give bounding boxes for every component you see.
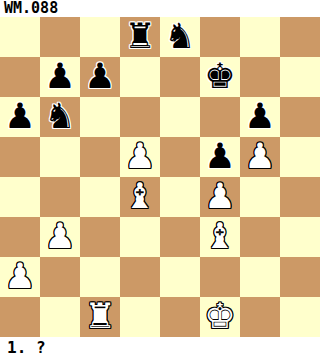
square-a6[interactable]: ♟ bbox=[0, 97, 40, 137]
square-c2[interactable] bbox=[80, 257, 120, 297]
square-e1[interactable] bbox=[160, 297, 200, 337]
square-g1[interactable] bbox=[240, 297, 280, 337]
square-f4[interactable]: ♟ bbox=[200, 177, 240, 217]
square-b3[interactable]: ♟ bbox=[40, 217, 80, 257]
square-a7[interactable] bbox=[0, 57, 40, 97]
square-e5[interactable] bbox=[160, 137, 200, 177]
piece-white-pawn[interactable]: ♟ bbox=[204, 179, 235, 214]
square-d3[interactable] bbox=[120, 217, 160, 257]
chess-puzzle-screen: WM.088 ♜♞♟♟♚♟♞♟♟♟♟♝♟♟♝♟♜♚ 1. ? bbox=[0, 0, 320, 360]
piece-white-bishop[interactable]: ♝ bbox=[124, 179, 155, 214]
square-h3[interactable] bbox=[280, 217, 320, 257]
piece-black-knight[interactable]: ♞ bbox=[44, 99, 75, 134]
square-h7[interactable] bbox=[280, 57, 320, 97]
square-g7[interactable] bbox=[240, 57, 280, 97]
square-c5[interactable] bbox=[80, 137, 120, 177]
square-f5[interactable]: ♟ bbox=[200, 137, 240, 177]
square-h1[interactable] bbox=[280, 297, 320, 337]
piece-black-rook[interactable]: ♜ bbox=[124, 19, 155, 54]
square-g2[interactable] bbox=[240, 257, 280, 297]
square-b7[interactable]: ♟ bbox=[40, 57, 80, 97]
square-b4[interactable] bbox=[40, 177, 80, 217]
square-b5[interactable] bbox=[40, 137, 80, 177]
piece-white-rook[interactable]: ♜ bbox=[84, 299, 115, 334]
square-g8[interactable] bbox=[240, 17, 280, 57]
square-e4[interactable] bbox=[160, 177, 200, 217]
square-g4[interactable] bbox=[240, 177, 280, 217]
square-e2[interactable] bbox=[160, 257, 200, 297]
square-a5[interactable] bbox=[0, 137, 40, 177]
piece-white-pawn[interactable]: ♟ bbox=[244, 139, 275, 174]
piece-black-pawn[interactable]: ♟ bbox=[44, 59, 75, 94]
square-e6[interactable] bbox=[160, 97, 200, 137]
piece-black-king[interactable]: ♚ bbox=[204, 59, 235, 94]
piece-white-king[interactable]: ♚ bbox=[204, 299, 235, 334]
square-d1[interactable] bbox=[120, 297, 160, 337]
square-d2[interactable] bbox=[120, 257, 160, 297]
square-c6[interactable] bbox=[80, 97, 120, 137]
square-b6[interactable]: ♞ bbox=[40, 97, 80, 137]
square-a4[interactable] bbox=[0, 177, 40, 217]
square-a8[interactable] bbox=[0, 17, 40, 57]
square-h4[interactable] bbox=[280, 177, 320, 217]
square-h8[interactable] bbox=[280, 17, 320, 57]
square-h6[interactable] bbox=[280, 97, 320, 137]
square-f7[interactable]: ♚ bbox=[200, 57, 240, 97]
square-e7[interactable] bbox=[160, 57, 200, 97]
piece-black-pawn[interactable]: ♟ bbox=[4, 99, 35, 134]
square-g5[interactable]: ♟ bbox=[240, 137, 280, 177]
square-e8[interactable]: ♞ bbox=[160, 17, 200, 57]
piece-white-pawn[interactable]: ♟ bbox=[4, 259, 35, 294]
piece-black-knight[interactable]: ♞ bbox=[164, 19, 195, 54]
square-f6[interactable] bbox=[200, 97, 240, 137]
piece-white-pawn[interactable]: ♟ bbox=[124, 139, 155, 174]
square-d4[interactable]: ♝ bbox=[120, 177, 160, 217]
piece-black-pawn[interactable]: ♟ bbox=[244, 99, 275, 134]
square-c4[interactable] bbox=[80, 177, 120, 217]
square-c7[interactable]: ♟ bbox=[80, 57, 120, 97]
square-h5[interactable] bbox=[280, 137, 320, 177]
square-a2[interactable]: ♟ bbox=[0, 257, 40, 297]
square-f2[interactable] bbox=[200, 257, 240, 297]
square-a3[interactable] bbox=[0, 217, 40, 257]
square-e3[interactable] bbox=[160, 217, 200, 257]
square-b1[interactable] bbox=[40, 297, 80, 337]
square-b8[interactable] bbox=[40, 17, 80, 57]
square-h2[interactable] bbox=[280, 257, 320, 297]
square-f8[interactable] bbox=[200, 17, 240, 57]
square-d7[interactable] bbox=[120, 57, 160, 97]
square-f3[interactable]: ♝ bbox=[200, 217, 240, 257]
square-d6[interactable] bbox=[120, 97, 160, 137]
piece-black-pawn[interactable]: ♟ bbox=[84, 59, 115, 94]
chess-board: ♜♞♟♟♚♟♞♟♟♟♟♝♟♟♝♟♜♚ bbox=[0, 17, 320, 337]
square-d8[interactable]: ♜ bbox=[120, 17, 160, 57]
square-c1[interactable]: ♜ bbox=[80, 297, 120, 337]
piece-black-pawn[interactable]: ♟ bbox=[204, 139, 235, 174]
square-f1[interactable]: ♚ bbox=[200, 297, 240, 337]
square-g3[interactable] bbox=[240, 217, 280, 257]
square-a1[interactable] bbox=[0, 297, 40, 337]
square-d5[interactable]: ♟ bbox=[120, 137, 160, 177]
move-prompt: 1. ? bbox=[7, 338, 46, 358]
puzzle-title: WM.088 bbox=[4, 0, 58, 17]
piece-white-pawn[interactable]: ♟ bbox=[44, 219, 75, 254]
square-c3[interactable] bbox=[80, 217, 120, 257]
piece-white-bishop[interactable]: ♝ bbox=[204, 219, 235, 254]
square-b2[interactable] bbox=[40, 257, 80, 297]
square-c8[interactable] bbox=[80, 17, 120, 57]
square-g6[interactable]: ♟ bbox=[240, 97, 280, 137]
